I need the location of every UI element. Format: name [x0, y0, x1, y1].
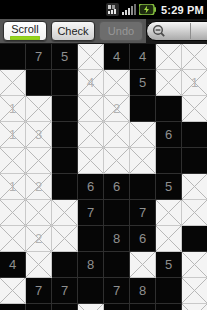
cell-r2c5[interactable] — [104, 70, 130, 96]
cell-r9c1[interactable]: 4 — [0, 252, 26, 278]
cell-r1c5[interactable]: 4 — [104, 44, 130, 70]
cell-r11c4[interactable] — [78, 304, 104, 310]
cell-r6c1[interactable]: 1 — [0, 174, 26, 200]
cell-r2c7[interactable] — [156, 70, 182, 96]
cell-r6c4[interactable]: 6 — [78, 174, 104, 200]
zoom-controls — [146, 21, 207, 41]
cell-r3c6[interactable] — [130, 96, 156, 122]
cell-r6c3[interactable] — [52, 174, 78, 200]
scroll-button[interactable]: Scroll — [3, 21, 47, 41]
cell-r11c7[interactable] — [156, 304, 182, 310]
cell-r10c7[interactable] — [156, 278, 182, 304]
cell-r11c2[interactable] — [26, 304, 52, 310]
cell-r3c4[interactable] — [78, 96, 104, 122]
zoom-divider — [190, 23, 191, 39]
cell-r9c8[interactable] — [182, 252, 207, 278]
cell-r1c4[interactable] — [78, 44, 104, 70]
cell-r5c2[interactable] — [26, 148, 52, 174]
cell-r1c1[interactable] — [0, 44, 26, 70]
undo-button-label: Undo — [108, 25, 134, 37]
cell-r1c7[interactable] — [156, 44, 182, 70]
cell-r9c6[interactable] — [130, 252, 156, 278]
cell-r6c8[interactable] — [182, 174, 207, 200]
cell-r8c7[interactable] — [156, 226, 182, 252]
status-bar: 5:29 PM — [0, 0, 207, 19]
cell-r1c8[interactable] — [182, 44, 207, 70]
cell-r6c7[interactable]: 5 — [156, 174, 182, 200]
cell-r4c1[interactable]: 1 — [0, 122, 26, 148]
cell-r8c8[interactable] — [182, 226, 207, 252]
cell-r4c5[interactable] — [104, 122, 130, 148]
cell-r7c7[interactable] — [156, 200, 182, 226]
cell-r5c5[interactable] — [104, 148, 130, 174]
cell-r3c7[interactable] — [156, 96, 182, 122]
cell-r6c6[interactable] — [130, 174, 156, 200]
cell-r1c2[interactable]: 7 — [26, 44, 52, 70]
data-network-icon — [106, 3, 119, 16]
cell-r10c3[interactable]: 7 — [52, 278, 78, 304]
cell-r4c6[interactable] — [130, 122, 156, 148]
clock: 5:29 PM — [161, 4, 204, 16]
cell-r8c1[interactable] — [0, 226, 26, 252]
cell-r2c1[interactable] — [0, 70, 26, 96]
cell-r11c3[interactable] — [52, 304, 78, 310]
cell-r7c2[interactable] — [26, 200, 52, 226]
undo-button: Undo — [99, 21, 143, 41]
cell-r7c1[interactable] — [0, 200, 26, 226]
cell-r7c3[interactable] — [52, 200, 78, 226]
cell-r8c3[interactable] — [52, 226, 78, 252]
cell-r6c5[interactable]: 6 — [104, 174, 130, 200]
cell-r9c2[interactable] — [26, 252, 52, 278]
cell-r3c8[interactable] — [182, 96, 207, 122]
cell-r4c4[interactable] — [78, 122, 104, 148]
toolbar: Scroll Check Undo — [0, 19, 207, 44]
scroll-active-indicator — [10, 36, 40, 40]
cell-r2c8[interactable]: 1 — [182, 70, 207, 96]
cell-r8c6[interactable]: 6 — [130, 226, 156, 252]
cell-r11c8[interactable] — [182, 304, 207, 310]
magnifier-minus-icon[interactable] — [152, 24, 166, 38]
cell-r7c5[interactable] — [104, 200, 130, 226]
cell-r3c5[interactable]: 2 — [104, 96, 130, 122]
cell-r5c8[interactable] — [182, 148, 207, 174]
battery-charging-icon — [139, 4, 156, 15]
cell-r10c8[interactable] — [182, 278, 207, 304]
scroll-button-label: Scroll — [11, 23, 39, 35]
cell-r3c3[interactable] — [52, 96, 78, 122]
cell-r7c4[interactable]: 7 — [78, 200, 104, 226]
cell-r6c2[interactable]: 2 — [26, 174, 52, 200]
cell-r4c8[interactable] — [182, 122, 207, 148]
cell-r1c3[interactable]: 5 — [52, 44, 78, 70]
cell-r7c8[interactable] — [182, 200, 207, 226]
cell-r8c5[interactable]: 8 — [104, 226, 130, 252]
cell-r11c5[interactable] — [104, 304, 130, 310]
signal-strength-icon — [122, 3, 136, 16]
cell-r4c3[interactable] — [52, 122, 78, 148]
cell-r7c6[interactable]: 7 — [130, 200, 156, 226]
cell-r5c4[interactable] — [78, 148, 104, 174]
cell-r5c1[interactable] — [0, 148, 26, 174]
check-button-label: Check — [57, 25, 88, 37]
cell-r10c5[interactable]: 7 — [104, 278, 130, 304]
cell-r1c6[interactable]: 4 — [130, 44, 156, 70]
cell-r4c7[interactable]: 6 — [156, 122, 182, 148]
cell-r2c3[interactable] — [52, 70, 78, 96]
cell-r11c1[interactable] — [0, 304, 26, 310]
cell-r8c2[interactable]: 2 — [26, 226, 52, 252]
cell-r8c4[interactable] — [78, 226, 104, 252]
cell-r9c5[interactable] — [104, 252, 130, 278]
cell-r3c2[interactable] — [26, 96, 52, 122]
cell-r9c3[interactable] — [52, 252, 78, 278]
cell-r9c4[interactable]: 8 — [78, 252, 104, 278]
check-button[interactable]: Check — [51, 21, 95, 41]
cell-r11c6[interactable] — [130, 304, 156, 310]
cell-r9c7[interactable]: 5 — [156, 252, 182, 278]
cell-r2c2[interactable] — [26, 70, 52, 96]
cell-r5c7[interactable] — [156, 148, 182, 174]
cell-r2c6[interactable]: 5 — [130, 70, 156, 96]
cell-r5c6[interactable] — [130, 148, 156, 174]
zoom-panel — [146, 19, 207, 43]
cell-r10c6[interactable]: 8 — [130, 278, 156, 304]
cell-r3c1[interactable]: 1 — [0, 96, 26, 122]
cell-r2c4[interactable]: 4 — [78, 70, 104, 96]
cell-r10c1[interactable] — [0, 278, 26, 304]
board: 75444511213612665772864857778 — [0, 44, 207, 310]
cell-r5c3[interactable] — [52, 148, 78, 174]
cell-r10c4[interactable] — [78, 278, 104, 304]
cell-r4c2[interactable]: 3 — [26, 122, 52, 148]
cell-r10c2[interactable]: 7 — [26, 278, 52, 304]
